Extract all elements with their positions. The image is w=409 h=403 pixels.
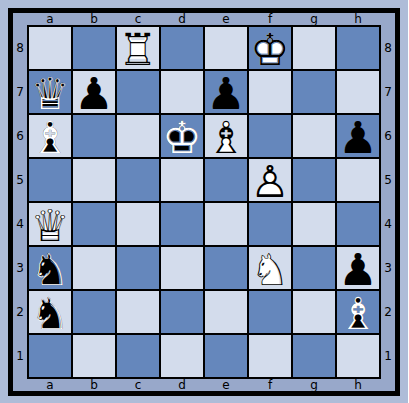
black-pawn[interactable]: ♟ <box>73 71 115 113</box>
white-king[interactable]: ♚♔ <box>249 27 291 69</box>
piece-outline-layer: ♙ <box>249 159 291 201</box>
piece-detail-layer: ♕ <box>29 71 71 113</box>
square-d6[interactable]: ♚♔ <box>161 115 203 157</box>
square-d7[interactable] <box>161 71 203 113</box>
square-f8[interactable]: ♚♔ <box>249 27 291 69</box>
rank-labels-right: 87654321 <box>381 25 395 379</box>
square-e7[interactable]: ♟ <box>205 71 247 113</box>
coordinate-band: abcdefgh 87654321 ♜♖♚♔♛♕♟♟♝♗♚♔♝♗♟♟♙♛♕♞♘♞… <box>13 13 395 391</box>
square-g1[interactable] <box>293 335 335 377</box>
black-pawn[interactable]: ♟ <box>337 247 379 289</box>
rank-label-left-4: 4 <box>13 218 27 230</box>
square-e2[interactable] <box>205 291 247 333</box>
black-knight[interactable]: ♞♘ <box>29 291 71 333</box>
square-b7[interactable]: ♟ <box>73 71 115 113</box>
black-bishop[interactable]: ♝♗ <box>29 115 71 157</box>
chessboard-widget: abcdefgh 87654321 ♜♖♚♔♛♕♟♟♝♗♚♔♝♗♟♟♙♛♕♞♘♞… <box>0 0 408 403</box>
square-a3[interactable]: ♞♘ <box>29 247 71 289</box>
file-label-top-g: g <box>293 13 335 25</box>
rank-labels-left: 87654321 <box>13 25 27 379</box>
piece-outline-layer: ♖ <box>117 27 159 69</box>
white-knight[interactable]: ♞♘ <box>249 247 291 289</box>
board: ♜♖♚♔♛♕♟♟♝♗♚♔♝♗♟♟♙♛♕♞♘♞♘♟♞♘♝♗ <box>27 25 381 379</box>
square-a5[interactable] <box>29 159 71 201</box>
square-a7[interactable]: ♛♕ <box>29 71 71 113</box>
piece-detail-layer: ♗ <box>337 291 379 333</box>
file-label-top-b: b <box>73 13 115 25</box>
file-labels-bottom: abcdefgh <box>27 379 381 391</box>
file-label-bottom-e: e <box>205 379 247 391</box>
square-a1[interactable] <box>29 335 71 377</box>
file-label-bottom-g: g <box>293 379 335 391</box>
white-queen[interactable]: ♛♕ <box>29 203 71 245</box>
square-f2[interactable] <box>249 291 291 333</box>
black-bishop[interactable]: ♝♗ <box>337 291 379 333</box>
rank-label-right-5: 5 <box>381 174 395 186</box>
square-g3[interactable] <box>293 247 335 289</box>
square-b3[interactable] <box>73 247 115 289</box>
square-g4[interactable] <box>293 203 335 245</box>
piece-fill-layer: ♟ <box>73 71 115 113</box>
square-h3[interactable]: ♟ <box>337 247 379 289</box>
square-f7[interactable] <box>249 71 291 113</box>
square-c3[interactable] <box>117 247 159 289</box>
file-label-top-e: e <box>205 13 247 25</box>
corner-bottom-right <box>381 379 395 391</box>
square-f4[interactable] <box>249 203 291 245</box>
square-h1[interactable] <box>337 335 379 377</box>
square-g2[interactable] <box>293 291 335 333</box>
rank-label-left-8: 8 <box>13 42 27 54</box>
square-d8[interactable] <box>161 27 203 69</box>
square-f1[interactable] <box>249 335 291 377</box>
square-h2[interactable]: ♝♗ <box>337 291 379 333</box>
rank-label-right-2: 2 <box>381 306 395 318</box>
square-a2[interactable]: ♞♘ <box>29 291 71 333</box>
file-label-bottom-h: h <box>337 379 379 391</box>
rank-label-left-5: 5 <box>13 174 27 186</box>
square-g7[interactable] <box>293 71 335 113</box>
piece-detail-layer: ♘ <box>29 291 71 333</box>
rank-label-right-8: 8 <box>381 42 395 54</box>
square-b8[interactable] <box>73 27 115 69</box>
board-frame: abcdefgh 87654321 ♜♖♚♔♛♕♟♟♝♗♚♔♝♗♟♟♙♛♕♞♘♞… <box>8 8 400 396</box>
square-b5[interactable] <box>73 159 115 201</box>
file-label-bottom-b: b <box>73 379 115 391</box>
piece-detail-layer: ♘ <box>29 247 71 289</box>
rank-label-left-1: 1 <box>13 350 27 362</box>
black-king[interactable]: ♚♔ <box>161 115 203 157</box>
square-a8[interactable] <box>29 27 71 69</box>
file-label-bottom-d: d <box>161 379 203 391</box>
piece-fill-layer: ♟ <box>205 71 247 113</box>
black-pawn[interactable]: ♟ <box>337 115 379 157</box>
square-c8[interactable]: ♜♖ <box>117 27 159 69</box>
square-g5[interactable] <box>293 159 335 201</box>
white-pawn[interactable]: ♟♙ <box>249 159 291 201</box>
square-e3[interactable] <box>205 247 247 289</box>
rank-label-left-3: 3 <box>13 262 27 274</box>
square-d5[interactable] <box>161 159 203 201</box>
black-pawn[interactable]: ♟ <box>205 71 247 113</box>
square-b1[interactable] <box>73 335 115 377</box>
piece-outline-layer: ♔ <box>249 27 291 69</box>
square-e4[interactable] <box>205 203 247 245</box>
square-h7[interactable] <box>337 71 379 113</box>
square-h6[interactable]: ♟ <box>337 115 379 157</box>
square-g8[interactable] <box>293 27 335 69</box>
square-c4[interactable] <box>117 203 159 245</box>
piece-detail-layer: ♔ <box>161 115 203 157</box>
square-h8[interactable] <box>337 27 379 69</box>
square-h4[interactable] <box>337 203 379 245</box>
file-label-bottom-f: f <box>249 379 291 391</box>
square-e1[interactable] <box>205 335 247 377</box>
square-c5[interactable] <box>117 159 159 201</box>
square-f5[interactable]: ♟♙ <box>249 159 291 201</box>
square-a4[interactable]: ♛♕ <box>29 203 71 245</box>
square-f6[interactable] <box>249 115 291 157</box>
white-bishop[interactable]: ♝♗ <box>205 115 247 157</box>
rank-label-left-7: 7 <box>13 86 27 98</box>
rank-label-right-6: 6 <box>381 130 395 142</box>
corner-bottom-left <box>13 379 27 391</box>
square-d3[interactable] <box>161 247 203 289</box>
piece-detail-layer: ♗ <box>29 115 71 157</box>
rank-label-right-1: 1 <box>381 350 395 362</box>
square-b2[interactable] <box>73 291 115 333</box>
square-c1[interactable] <box>117 335 159 377</box>
rank-label-left-6: 6 <box>13 130 27 142</box>
white-rook[interactable]: ♜♖ <box>117 27 159 69</box>
square-d1[interactable] <box>161 335 203 377</box>
square-e6[interactable]: ♝♗ <box>205 115 247 157</box>
square-a6[interactable]: ♝♗ <box>29 115 71 157</box>
square-e5[interactable] <box>205 159 247 201</box>
piece-fill-layer: ♟ <box>337 247 379 289</box>
black-queen[interactable]: ♛♕ <box>29 71 71 113</box>
rank-label-right-4: 4 <box>381 218 395 230</box>
square-c6[interactable] <box>117 115 159 157</box>
rank-label-left-2: 2 <box>13 306 27 318</box>
file-label-top-h: h <box>337 13 379 25</box>
square-h5[interactable] <box>337 159 379 201</box>
file-label-top-d: d <box>161 13 203 25</box>
square-d4[interactable] <box>161 203 203 245</box>
square-c7[interactable] <box>117 71 159 113</box>
square-b6[interactable] <box>73 115 115 157</box>
piece-outline-layer: ♕ <box>29 203 71 245</box>
piece-fill-layer: ♟ <box>337 115 379 157</box>
file-label-bottom-c: c <box>117 379 159 391</box>
square-d2[interactable] <box>161 291 203 333</box>
corner-top-left <box>13 13 27 25</box>
black-knight[interactable]: ♞♘ <box>29 247 71 289</box>
file-labels-top: abcdefgh <box>27 13 381 25</box>
square-b4[interactable] <box>73 203 115 245</box>
piece-outline-layer: ♗ <box>205 115 247 157</box>
corner-top-right <box>381 13 395 25</box>
piece-outline-layer: ♘ <box>249 247 291 289</box>
rank-label-right-7: 7 <box>381 86 395 98</box>
rank-label-right-3: 3 <box>381 262 395 274</box>
square-c2[interactable] <box>117 291 159 333</box>
file-label-top-a: a <box>29 13 71 25</box>
square-e8[interactable] <box>205 27 247 69</box>
file-label-bottom-a: a <box>29 379 71 391</box>
square-f3[interactable]: ♞♘ <box>249 247 291 289</box>
square-g6[interactable] <box>293 115 335 157</box>
